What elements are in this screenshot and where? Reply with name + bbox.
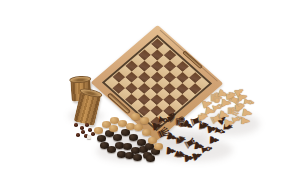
bead — [85, 123, 89, 127]
checker-piece — [129, 134, 138, 141]
loose-chess-piece: ♟ — [239, 116, 251, 127]
loose-chess-piece: ♟ — [208, 134, 220, 145]
checker-piece — [146, 155, 155, 162]
checker-piece — [133, 154, 142, 161]
checker-piece — [134, 124, 143, 131]
white-die — [87, 135, 91, 139]
checker-piece — [113, 134, 122, 141]
bead — [74, 123, 78, 127]
checker-piece — [142, 129, 151, 136]
checker-piece — [154, 143, 163, 150]
checker-piece — [100, 142, 109, 149]
checker-piece — [140, 117, 149, 124]
cup-rim — [69, 75, 91, 84]
checker-piece — [121, 129, 130, 136]
bead — [80, 126, 84, 130]
checker-piece — [94, 127, 103, 134]
product-photo: ♟♝♞♚♟♜♞♟♝♛♟♞♜♟♝♟♞♟♟♟♟♞ ♞♟♝♟♜♟♝♟♚♟♞♟♜♟♛♞♟… — [0, 0, 300, 180]
checker-piece — [109, 125, 118, 132]
checker-piece — [131, 113, 140, 120]
checker-piece — [97, 135, 106, 142]
bead — [81, 130, 85, 134]
bead — [88, 128, 92, 132]
bead — [76, 133, 80, 137]
